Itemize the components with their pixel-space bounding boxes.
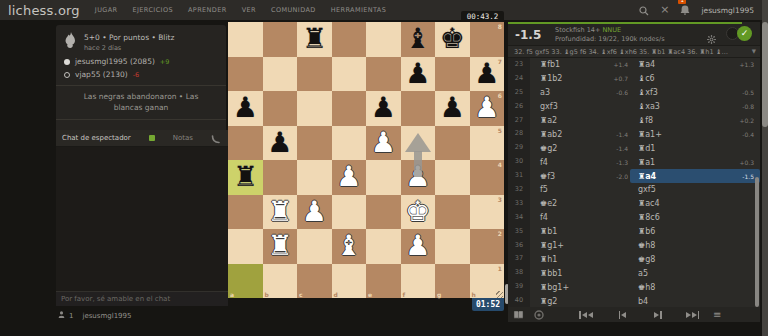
move-37-black[interactable]: ♚g8 bbox=[630, 252, 760, 266]
rank-label-5: 5 bbox=[498, 127, 502, 134]
move-34-black-san[interactable]: ♜8c6 bbox=[630, 213, 754, 222]
square-c4[interactable] bbox=[297, 160, 332, 195]
white-color-dot bbox=[64, 59, 70, 65]
eval-25-black: -0.5 bbox=[742, 89, 760, 96]
eval-27-black: +0.2 bbox=[739, 117, 760, 124]
eval-28-white: -1.4 bbox=[598, 131, 630, 138]
engine-eval: -1.5 bbox=[515, 28, 541, 42]
square-h3[interactable]: 3 bbox=[470, 195, 505, 230]
opening-book-icon[interactable] bbox=[513, 305, 524, 324]
move-row-28: 28♜ab2-1.4♜a1+-0.4 bbox=[508, 127, 760, 141]
black-color-dot bbox=[64, 72, 70, 78]
search-icon[interactable] bbox=[639, 1, 649, 20]
move-row-36: 36♜g1+♚h8 bbox=[508, 239, 760, 253]
eval-30-black: +0.3 bbox=[739, 159, 760, 166]
bell-icon bbox=[680, 5, 690, 16]
piece-white-pawn-h6[interactable]: ♟ bbox=[470, 91, 505, 126]
rank-label-2: 2 bbox=[498, 230, 502, 237]
move-23-white[interactable]: ♜fb1 bbox=[530, 60, 598, 69]
move-28-black[interactable]: ♜a1+-0.4 bbox=[630, 127, 760, 141]
nav-right: × 1 jesusmgl1995 bbox=[639, 1, 754, 20]
move-35-black-san[interactable]: ♜b6 bbox=[630, 227, 754, 236]
first-move-button[interactable] bbox=[579, 311, 593, 319]
rank-label-1: 1 bbox=[498, 265, 502, 272]
engine-status: Profundidad: 19/22, 190k nodes/s bbox=[555, 35, 665, 44]
nav-item-aprender[interactable]: APRENDER bbox=[188, 6, 227, 14]
move-36-black[interactable]: ♚h8 bbox=[630, 239, 760, 253]
move-26-black[interactable]: ♝xa3-0.8 bbox=[630, 100, 760, 114]
nav-item-jugar[interactable]: JUGAR bbox=[95, 6, 118, 14]
move-38-black-san[interactable]: a5 bbox=[630, 269, 754, 278]
piece-black-pawn-h7[interactable]: ♟ bbox=[470, 57, 505, 92]
move-25-white[interactable]: a3 bbox=[530, 88, 598, 97]
move-31-black-selected[interactable]: ♜a4-1.5 bbox=[630, 169, 760, 183]
square-b7[interactable] bbox=[263, 57, 298, 92]
file-label-d: d bbox=[334, 291, 338, 298]
move-25-black-san[interactable]: ♝xf3 bbox=[630, 88, 742, 97]
move-number: 31 bbox=[508, 169, 530, 183]
piece-white-pawn-e5[interactable]: ♟ bbox=[366, 126, 401, 161]
piece-white-pawn-f2[interactable]: ♟ bbox=[401, 229, 436, 264]
square-h2[interactable]: 2 bbox=[470, 229, 505, 264]
square-e4[interactable] bbox=[366, 160, 401, 195]
practice-icon[interactable] bbox=[534, 305, 544, 324]
rank-label-3: 3 bbox=[498, 196, 502, 203]
move-row-30: 30f4-1.3♜a1+0.3 bbox=[508, 155, 760, 169]
square-a3[interactable] bbox=[228, 195, 263, 230]
voice-chat-icon[interactable] bbox=[211, 129, 220, 148]
square-a2[interactable] bbox=[228, 229, 263, 264]
square-d8[interactable] bbox=[332, 22, 367, 57]
square-h4[interactable]: 4 bbox=[470, 160, 505, 195]
square-g7[interactable] bbox=[435, 57, 470, 92]
move-number: 35 bbox=[508, 225, 530, 239]
move-27-black[interactable]: ♝f8+0.2 bbox=[630, 114, 760, 128]
lichess-logo[interactable]: lichess.org bbox=[8, 3, 80, 18]
move-29-black-san[interactable]: ♜d1 bbox=[630, 144, 754, 153]
nav-item-ver[interactable]: VER bbox=[242, 6, 256, 14]
chat-messages bbox=[56, 147, 228, 291]
nav-menu: JUGAREJERCICIOSAPRENDERVERCOMUNIDADHERRA… bbox=[80, 6, 386, 14]
divider bbox=[56, 85, 226, 86]
move-33-white[interactable]: ♚e2 bbox=[530, 199, 598, 208]
top-nav: lichess.org JUGAREJERCICIOSAPRENDERVERCO… bbox=[0, 0, 768, 20]
square-c2[interactable] bbox=[297, 229, 332, 264]
engine-toggle-knob: ✓ bbox=[737, 26, 752, 41]
eval-28-black: -0.4 bbox=[742, 131, 760, 138]
move-row-24: 24♜1b2+0.7♝c6 bbox=[508, 72, 760, 86]
move-number: 33 bbox=[508, 197, 530, 211]
move-24-black-san[interactable]: ♝c6 bbox=[630, 74, 754, 83]
engine-header: -1.5 Stockfish 14+ NNUE Profundidad: 19/… bbox=[508, 22, 760, 46]
browser-scrollbar-thumb[interactable] bbox=[762, 22, 768, 127]
piece-black-bishop-f8[interactable]: ♝ bbox=[401, 22, 436, 57]
chess-board: 8765432abcdefgh1♜♝♚♟♟♟♟♟♟♟♟♜♟♟♜♟♚♜♝♟ bbox=[228, 22, 504, 298]
move-32-black[interactable]: gxf5 bbox=[630, 183, 760, 197]
move-row-29: 29♚g2-1.4♜d1 bbox=[508, 141, 760, 155]
divider bbox=[56, 119, 226, 120]
square-b4[interactable] bbox=[263, 160, 298, 195]
square-a1[interactable]: a bbox=[228, 264, 263, 299]
square-c6[interactable] bbox=[297, 91, 332, 126]
move-row-32: 32f5gxf5 bbox=[508, 183, 760, 197]
square-d5[interactable] bbox=[332, 126, 367, 161]
square-f6[interactable] bbox=[401, 91, 436, 126]
square-g4[interactable] bbox=[435, 160, 470, 195]
move-26-black-san[interactable]: ♝xa3 bbox=[630, 102, 742, 111]
nav-item-comunidad[interactable]: COMUNIDAD bbox=[271, 6, 316, 14]
game-age: hace 2 días bbox=[84, 44, 174, 52]
engine-progress-bar bbox=[508, 22, 742, 24]
square-g5[interactable] bbox=[435, 126, 470, 161]
move-24-white[interactable]: ♜1b2 bbox=[530, 74, 598, 83]
move-row-26: 26gxf3♝xa3-0.8 bbox=[508, 100, 760, 114]
file-label-a: a bbox=[230, 291, 234, 298]
square-c5[interactable] bbox=[297, 126, 332, 161]
move-39-black-san[interactable]: ♚h8 bbox=[630, 283, 754, 292]
move-28-black-san[interactable]: ♜a1+ bbox=[630, 130, 742, 139]
square-d1[interactable]: d bbox=[332, 264, 367, 299]
square-d7[interactable] bbox=[332, 57, 367, 92]
move-32-black-san[interactable]: gxf5 bbox=[630, 185, 754, 194]
square-g2[interactable] bbox=[435, 229, 470, 264]
move-number: 26 bbox=[508, 100, 530, 114]
spectator-count: 1 bbox=[69, 312, 73, 320]
move-number: 25 bbox=[508, 86, 530, 100]
move-33-black[interactable]: ♜ac4 bbox=[630, 197, 760, 211]
square-c1[interactable]: c bbox=[297, 264, 332, 299]
move-row-34: 34f4♜8c6 bbox=[508, 211, 760, 225]
square-b1[interactable]: b bbox=[263, 264, 298, 299]
nav-item-ejercicios[interactable]: EJERCICIOS bbox=[133, 6, 173, 14]
person-icon bbox=[58, 311, 65, 320]
engine-name: Stockfish 14+ bbox=[555, 26, 600, 34]
player-white-row[interactable]: jesusmgl1995 (2085) +9 bbox=[64, 57, 218, 66]
last-move-button[interactable] bbox=[686, 311, 700, 319]
tab-spectator-chat[interactable]: Chat de espectador bbox=[62, 134, 131, 142]
move-row-38: 38♜bb1a5 bbox=[508, 266, 760, 280]
nav-item-herramientas[interactable]: HERRAMIENTAS bbox=[331, 6, 387, 14]
tab-notes[interactable]: Notas bbox=[173, 134, 193, 142]
move-number: 39 bbox=[508, 280, 530, 294]
board-resize-grip[interactable] bbox=[496, 291, 503, 298]
nav-username[interactable]: jesusmgl1995 bbox=[701, 6, 754, 15]
move-row-23: 23♜fb1+1.4♜a4+1.3 bbox=[508, 58, 760, 72]
black-player-name[interactable]: vjap55 (2130) bbox=[75, 70, 128, 79]
piece-black-rook-c8[interactable]: ♜ bbox=[297, 22, 332, 57]
piece-white-bishop-d2[interactable]: ♝ bbox=[332, 229, 367, 264]
move-26-white[interactable]: gxf3 bbox=[530, 102, 598, 111]
movelist-scrollbar[interactable] bbox=[755, 177, 759, 307]
piece-white-rook-b2[interactable]: ♜ bbox=[263, 229, 298, 264]
move-29-black[interactable]: ♜d1 bbox=[630, 141, 760, 155]
move-number: 23 bbox=[508, 58, 530, 72]
piece-black-pawn-f7[interactable]: ♟ bbox=[401, 57, 436, 92]
chevron-down-icon[interactable]: ▼ bbox=[752, 48, 756, 54]
analysis-panel: -1.5 Stockfish 14+ NNUE Profundidad: 19/… bbox=[508, 22, 760, 322]
notifications-bell[interactable]: 1 bbox=[680, 1, 690, 20]
square-e2[interactable] bbox=[366, 229, 401, 264]
move-row-37: 37♜h1♚g8 bbox=[508, 252, 760, 266]
move-number: 36 bbox=[508, 239, 530, 253]
file-label-f: f bbox=[403, 291, 406, 298]
piece-black-pawn-a6[interactable]: ♟ bbox=[228, 91, 263, 126]
square-h8[interactable]: 8 bbox=[470, 22, 505, 57]
move-number: 32 bbox=[508, 183, 530, 197]
file-label-e: e bbox=[368, 291, 372, 298]
analysis-controls: ≡ bbox=[508, 307, 760, 322]
move-number: 29 bbox=[508, 141, 530, 155]
file-label-g: g bbox=[437, 291, 441, 298]
move-29-white[interactable]: ♚g2 bbox=[530, 144, 598, 153]
move-23-black[interactable]: ♜a4+1.3 bbox=[630, 58, 760, 72]
chat-box: Chat de espectador Notas Por favor, sé a… bbox=[56, 130, 228, 306]
move-30-white[interactable]: f4 bbox=[530, 158, 598, 167]
move-25-black[interactable]: ♝xf3-0.5 bbox=[630, 86, 760, 100]
chat-input[interactable]: Por favor, sé amable en el chat bbox=[56, 291, 228, 306]
file-label-h: h bbox=[472, 291, 476, 298]
eval-26-black: -0.8 bbox=[742, 103, 760, 110]
square-d6[interactable] bbox=[332, 91, 367, 126]
move-36-black-san[interactable]: ♚h8 bbox=[630, 241, 754, 250]
square-f5[interactable] bbox=[401, 126, 436, 161]
eval-23-black: +1.3 bbox=[739, 61, 760, 68]
game-result-text: Las negras abandonaron • Las blancas gan… bbox=[64, 92, 218, 113]
rank-label-8: 8 bbox=[498, 23, 502, 30]
rank-label-4: 4 bbox=[498, 161, 502, 168]
move-23-black-san[interactable]: ♜a4 bbox=[630, 60, 739, 69]
move-37-black-san[interactable]: ♚g8 bbox=[630, 255, 754, 264]
eval-24-white: +0.7 bbox=[598, 75, 630, 82]
move-39-white[interactable]: ♜bg1+ bbox=[530, 283, 598, 292]
engine-best-line[interactable]: 32. f5 gxf5 33. ♝g5 f6 34. ♝xf6 ♝xh6 35.… bbox=[508, 46, 760, 58]
square-e7[interactable] bbox=[366, 57, 401, 92]
move-35-white[interactable]: ♜b1 bbox=[530, 227, 598, 236]
square-a8[interactable] bbox=[228, 22, 263, 57]
white-player-name[interactable]: jesusmgl1995 (2085) bbox=[75, 57, 155, 66]
close-icon[interactable]: × bbox=[660, 5, 669, 15]
move-row-40: 40♜g2b4 bbox=[508, 294, 760, 307]
eval-29-white: -1.4 bbox=[598, 145, 630, 152]
move-list: 23♜fb1+1.4♜a4+1.324♜1b2+0.7♝c625a3-0.6♝x… bbox=[508, 58, 760, 307]
engine-nnue-label: NNUE bbox=[602, 26, 621, 34]
square-g3[interactable] bbox=[435, 195, 470, 230]
piece-black-king-g8[interactable]: ♚ bbox=[435, 22, 470, 57]
move-row-27: 27♜a2♝f8+0.2 bbox=[508, 114, 760, 128]
move-34-black[interactable]: ♜8c6 bbox=[630, 211, 760, 225]
move-36-white[interactable]: ♜g1+ bbox=[530, 241, 598, 250]
move-32-white[interactable]: f5 bbox=[530, 185, 598, 194]
square-f1[interactable]: f bbox=[401, 264, 436, 299]
browser-scrollbar-track[interactable] bbox=[762, 0, 768, 336]
chat-toggle[interactable] bbox=[149, 135, 155, 141]
chat-header: Chat de espectador Notas bbox=[56, 130, 228, 147]
menu-icon[interactable]: ≡ bbox=[713, 309, 721, 320]
eval-23-white: +1.4 bbox=[598, 61, 630, 68]
eval-25-white: -0.6 bbox=[598, 89, 630, 96]
eval-30-white: -1.3 bbox=[598, 159, 630, 166]
move-row-31: 31♚f3-2.0♜a4-1.5 bbox=[508, 169, 760, 183]
black-rating-diff: -6 bbox=[133, 71, 139, 79]
eval-31-white: -2.0 bbox=[598, 173, 630, 180]
move-38-black[interactable]: a5 bbox=[630, 266, 760, 280]
square-e1[interactable]: e bbox=[366, 264, 401, 299]
white-clock: 01:52 bbox=[472, 298, 504, 311]
square-c7[interactable] bbox=[297, 57, 332, 92]
piece-white-pawn-d4[interactable]: ♟ bbox=[332, 160, 367, 195]
move-number: 37 bbox=[508, 252, 530, 266]
engine-toggle[interactable]: ✓ bbox=[726, 26, 752, 41]
move-number: 28 bbox=[508, 127, 530, 141]
notification-badge: 1 bbox=[678, 0, 686, 4]
piece-white-pawn-f4[interactable]: ♟ bbox=[401, 160, 436, 195]
square-b8[interactable] bbox=[263, 22, 298, 57]
square-e8[interactable] bbox=[366, 22, 401, 57]
move-24-black[interactable]: ♝c6 bbox=[630, 72, 760, 86]
next-move-button[interactable] bbox=[654, 311, 662, 319]
black-clock: 00:43.2 bbox=[461, 11, 504, 22]
square-h5[interactable]: 5 bbox=[470, 126, 505, 161]
move-35-black[interactable]: ♜b6 bbox=[630, 225, 760, 239]
white-rating-diff: +9 bbox=[160, 58, 170, 66]
player-black-row[interactable]: vjap55 (2130) -6 bbox=[64, 70, 218, 79]
piece-white-pawn-c3[interactable]: ♟ bbox=[297, 195, 332, 230]
move-31-white[interactable]: ♚f3 bbox=[530, 172, 598, 181]
move-30-black[interactable]: ♜a1+0.3 bbox=[630, 155, 760, 169]
spectator-name[interactable]: jesusmgl1995 bbox=[82, 312, 131, 320]
piece-white-king-f3[interactable]: ♚ bbox=[401, 195, 436, 230]
move-number: 34 bbox=[508, 211, 530, 225]
time-control: 5+0 • Por puntos • Blitz bbox=[84, 33, 174, 42]
square-e3[interactable] bbox=[366, 195, 401, 230]
move-37-white[interactable]: ♜h1 bbox=[530, 255, 598, 264]
move-number: 38 bbox=[508, 266, 530, 280]
square-d3[interactable] bbox=[332, 195, 367, 230]
piece-black-pawn-e6[interactable]: ♟ bbox=[366, 91, 401, 126]
move-33-black-san[interactable]: ♜ac4 bbox=[630, 199, 754, 208]
move-40-black-san[interactable]: b4 bbox=[630, 297, 754, 306]
move-row-39: 39♜bg1+♚h8 bbox=[508, 280, 760, 294]
piece-white-rook-b3[interactable]: ♜ bbox=[263, 195, 298, 230]
square-b6[interactable] bbox=[263, 91, 298, 126]
move-27-white[interactable]: ♜a2 bbox=[530, 116, 598, 125]
move-row-35: 35♜b1♜b6 bbox=[508, 225, 760, 239]
move-row-25: 25a3-0.6♝xf3-0.5 bbox=[508, 86, 760, 100]
blitz-flame-icon bbox=[64, 32, 77, 53]
move-number: 30 bbox=[508, 155, 530, 169]
move-27-black-san[interactable]: ♝f8 bbox=[630, 116, 739, 125]
board-grid: 8765432abcdefgh1♜♝♚♟♟♟♟♟♟♟♟♜♟♟♜♟♚♜♝♟ bbox=[228, 22, 504, 298]
piece-black-pawn-g6[interactable]: ♟ bbox=[435, 91, 470, 126]
spectators-row: 1 jesusmgl1995 bbox=[58, 311, 131, 320]
piece-black-pawn-b5[interactable]: ♟ bbox=[263, 126, 298, 161]
piece-black-rook-a4[interactable]: ♜ bbox=[228, 160, 263, 195]
square-a5[interactable] bbox=[228, 126, 263, 161]
move-39-black[interactable]: ♚h8 bbox=[630, 280, 760, 294]
square-g1[interactable]: g bbox=[435, 264, 470, 299]
move-number: 24 bbox=[508, 72, 530, 86]
prev-move-button[interactable] bbox=[619, 311, 627, 319]
move-number: 27 bbox=[508, 114, 530, 128]
move-38-white[interactable]: ♜bb1 bbox=[530, 269, 598, 278]
move-31-black-san[interactable]: ♜a4 bbox=[630, 172, 742, 181]
move-34-white[interactable]: f4 bbox=[530, 213, 598, 222]
move-28-white[interactable]: ♜ab2 bbox=[530, 130, 598, 139]
move-row-33: 33♚e2♜ac4 bbox=[508, 197, 760, 211]
square-a7[interactable] bbox=[228, 57, 263, 92]
move-30-black-san[interactable]: ♜a1 bbox=[630, 158, 739, 167]
file-label-c: c bbox=[299, 291, 303, 298]
move-40-black[interactable]: b4 bbox=[630, 294, 760, 307]
file-label-b: b bbox=[265, 291, 269, 298]
